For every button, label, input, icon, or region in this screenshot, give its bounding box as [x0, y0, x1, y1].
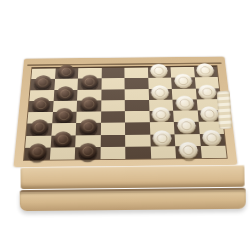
- board-square[interactable]: [26, 123, 51, 135]
- board-square[interactable]: [100, 123, 125, 135]
- checkers-box: [0, 0, 250, 250]
- board-square[interactable]: [199, 133, 225, 145]
- product-photo: [0, 0, 250, 250]
- board-square[interactable]: [53, 89, 77, 100]
- board-square[interactable]: [174, 122, 199, 134]
- board-square[interactable]: [125, 89, 149, 100]
- dark-checker-piece[interactable]: [29, 120, 48, 136]
- board-square[interactable]: [148, 88, 172, 99]
- board-square[interactable]: [150, 146, 176, 159]
- board-square[interactable]: [28, 101, 53, 112]
- board-square[interactable]: [125, 111, 150, 123]
- board-square[interactable]: [150, 134, 175, 146]
- light-checker-piece[interactable]: [200, 107, 220, 122]
- board-square[interactable]: [101, 100, 125, 111]
- board-square[interactable]: [49, 147, 75, 160]
- dark-checker-piece[interactable]: [58, 65, 76, 79]
- board-square[interactable]: [77, 100, 101, 111]
- board-square[interactable]: [194, 67, 218, 78]
- board-square[interactable]: [125, 100, 149, 111]
- board-square[interactable]: [200, 146, 226, 159]
- board-square[interactable]: [101, 78, 125, 89]
- light-checker-piece[interactable]: [196, 63, 215, 77]
- board-square[interactable]: [30, 79, 54, 90]
- board-square[interactable]: [24, 147, 50, 160]
- board-square[interactable]: [100, 147, 125, 160]
- dark-checker-piece[interactable]: [27, 143, 47, 160]
- board-square[interactable]: [55, 68, 79, 79]
- light-checker-piece[interactable]: [175, 96, 194, 111]
- light-checker-piece[interactable]: [151, 85, 169, 100]
- board-square[interactable]: [125, 134, 150, 146]
- box-base: [20, 188, 246, 211]
- board-square[interactable]: [125, 78, 149, 89]
- box-lid-top: [13, 57, 237, 168]
- board-square[interactable]: [147, 67, 171, 78]
- light-checker-piece[interactable]: [178, 142, 198, 159]
- dark-checker-piece[interactable]: [33, 76, 52, 90]
- checkers-board: [23, 65, 228, 161]
- handle-notch: [217, 91, 232, 130]
- board-square[interactable]: [100, 134, 125, 146]
- dark-checker-piece[interactable]: [55, 108, 74, 123]
- dark-checker-piece[interactable]: [78, 143, 97, 160]
- light-checker-piece[interactable]: [150, 64, 168, 78]
- lid-front-edge: [20, 165, 244, 189]
- light-checker-piece[interactable]: [177, 118, 196, 134]
- light-checker-piece[interactable]: [153, 130, 172, 146]
- board-square[interactable]: [101, 111, 125, 123]
- light-checker-piece[interactable]: [174, 74, 192, 88]
- dark-checker-piece[interactable]: [31, 97, 50, 112]
- board-square[interactable]: [101, 89, 125, 100]
- light-checker-piece[interactable]: [152, 107, 171, 122]
- board-square[interactable]: [175, 146, 201, 159]
- board-square[interactable]: [101, 68, 124, 79]
- board-square[interactable]: [172, 99, 197, 110]
- board-square[interactable]: [77, 78, 101, 89]
- board-square[interactable]: [52, 112, 77, 124]
- board-square[interactable]: [125, 122, 150, 134]
- board-square[interactable]: [75, 147, 101, 160]
- light-checker-piece[interactable]: [202, 130, 222, 146]
- board-square[interactable]: [149, 111, 174, 123]
- dark-checker-piece[interactable]: [53, 131, 72, 147]
- light-checker-piece[interactable]: [198, 84, 217, 99]
- board-square[interactable]: [171, 78, 195, 89]
- dark-checker-piece[interactable]: [80, 97, 98, 112]
- board-square[interactable]: [125, 146, 150, 159]
- dark-checker-piece[interactable]: [80, 75, 98, 89]
- dark-checker-piece[interactable]: [79, 119, 98, 135]
- board-square[interactable]: [124, 68, 147, 79]
- board-square[interactable]: [76, 123, 101, 135]
- dark-checker-piece[interactable]: [56, 86, 74, 101]
- board-square[interactable]: [50, 135, 75, 147]
